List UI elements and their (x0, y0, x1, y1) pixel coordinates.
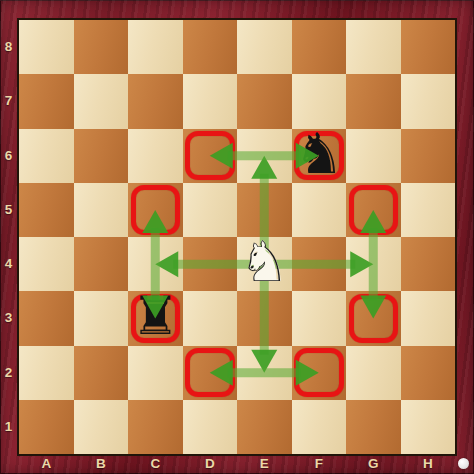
white-knight-e4[interactable]: ♞♘ (237, 237, 292, 291)
file-label-d: D (200, 456, 220, 472)
square-d6[interactable] (183, 129, 238, 183)
file-label-g: G (363, 456, 383, 472)
square-b4[interactable] (74, 237, 129, 291)
square-c4[interactable] (128, 237, 183, 291)
square-f3[interactable] (292, 291, 347, 345)
square-h2[interactable] (401, 346, 456, 400)
square-g1[interactable] (346, 400, 401, 454)
square-b7[interactable] (74, 74, 129, 128)
rank-label-3: 3 (1, 309, 16, 327)
square-a6[interactable] (19, 129, 74, 183)
square-h5[interactable] (401, 183, 456, 237)
square-d3[interactable] (183, 291, 238, 345)
square-h8[interactable] (401, 20, 456, 74)
square-e2[interactable] (237, 346, 292, 400)
square-d4[interactable] (183, 237, 238, 291)
square-f8[interactable] (292, 20, 347, 74)
square-g3[interactable] (346, 291, 401, 345)
square-b8[interactable] (74, 20, 129, 74)
file-label-b: B (91, 456, 111, 472)
square-f5[interactable] (292, 183, 347, 237)
chess-board-frame: ♞♘♞♜ 8 7 6 5 4 3 2 1 A B C D E F G H (0, 0, 474, 474)
square-a4[interactable] (19, 237, 74, 291)
rank-label-8: 8 (1, 38, 16, 56)
rank-label-7: 7 (1, 92, 16, 110)
square-b1[interactable] (74, 400, 129, 454)
square-d5[interactable] (183, 183, 238, 237)
square-d7[interactable] (183, 74, 238, 128)
square-b2[interactable] (74, 346, 129, 400)
square-c8[interactable] (128, 20, 183, 74)
black-knight-f6[interactable]: ♞ (292, 129, 347, 183)
square-b5[interactable] (74, 183, 129, 237)
square-h3[interactable] (401, 291, 456, 345)
square-g6[interactable] (346, 129, 401, 183)
square-g2[interactable] (346, 346, 401, 400)
square-h6[interactable] (401, 129, 456, 183)
square-d2[interactable] (183, 346, 238, 400)
square-c6[interactable] (128, 129, 183, 183)
square-h4[interactable] (401, 237, 456, 291)
square-g7[interactable] (346, 74, 401, 128)
square-a7[interactable] (19, 74, 74, 128)
square-h7[interactable] (401, 74, 456, 128)
square-a3[interactable] (19, 291, 74, 345)
file-label-h: H (418, 456, 438, 472)
square-c7[interactable] (128, 74, 183, 128)
square-f4[interactable] (292, 237, 347, 291)
square-g4[interactable] (346, 237, 401, 291)
square-c5[interactable] (128, 183, 183, 237)
square-a1[interactable] (19, 400, 74, 454)
square-f1[interactable] (292, 400, 347, 454)
square-d8[interactable] (183, 20, 238, 74)
square-b3[interactable] (74, 291, 129, 345)
square-a5[interactable] (19, 183, 74, 237)
square-e8[interactable] (237, 20, 292, 74)
square-g5[interactable] (346, 183, 401, 237)
rank-label-1: 1 (1, 418, 16, 436)
square-g8[interactable] (346, 20, 401, 74)
square-a8[interactable] (19, 20, 74, 74)
square-e1[interactable] (237, 400, 292, 454)
black-rook-c3[interactable]: ♜ (128, 291, 183, 345)
file-label-f: F (309, 456, 329, 472)
rank-label-6: 6 (1, 147, 16, 165)
rank-label-4: 4 (1, 255, 16, 273)
square-e6[interactable] (237, 129, 292, 183)
piece-glyph: ♜ (131, 290, 179, 343)
file-label-a: A (36, 456, 56, 472)
square-d1[interactable] (183, 400, 238, 454)
square-c2[interactable] (128, 346, 183, 400)
square-a2[interactable] (19, 346, 74, 400)
square-e7[interactable] (237, 74, 292, 128)
square-e3[interactable] (237, 291, 292, 345)
piece-glyph: ♞ (294, 125, 344, 181)
square-b6[interactable] (74, 129, 129, 183)
corner-dot-marker (458, 458, 469, 469)
rank-label-2: 2 (1, 364, 16, 382)
piece-outline: ♘ (239, 234, 289, 290)
square-f2[interactable] (292, 346, 347, 400)
file-label-e: E (254, 456, 274, 472)
square-h1[interactable] (401, 400, 456, 454)
rank-label-5: 5 (1, 201, 16, 219)
square-c1[interactable] (128, 400, 183, 454)
file-label-c: C (145, 456, 165, 472)
